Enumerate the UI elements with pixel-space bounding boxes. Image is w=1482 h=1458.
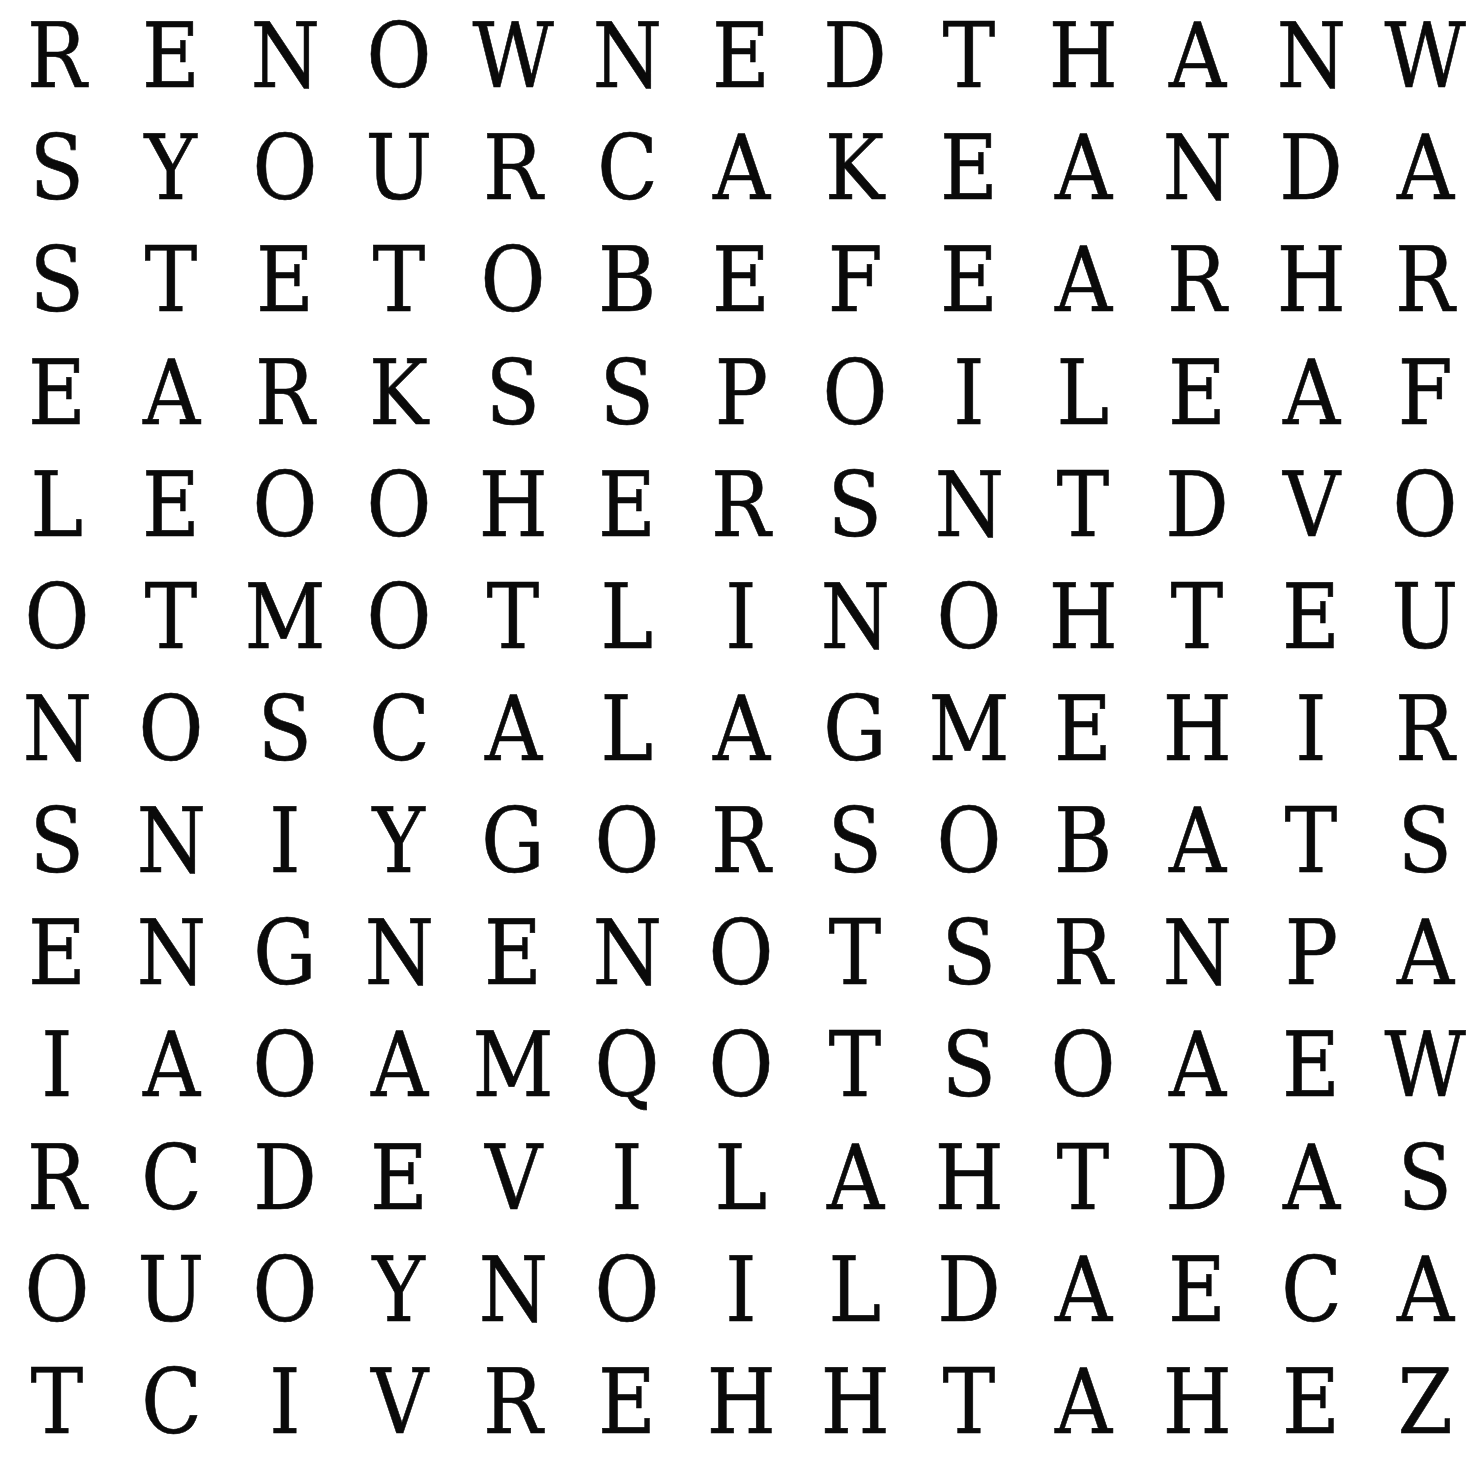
grid-cell[interactable]: A [1368, 112, 1482, 224]
grid-letter: T [943, 11, 996, 101]
grid-cell[interactable]: M [228, 561, 342, 673]
grid-cell[interactable]: I [912, 336, 1026, 448]
grid-cell[interactable]: Z [1368, 1346, 1482, 1458]
grid-cell[interactable]: T [456, 561, 570, 673]
grid-cell[interactable]: T [114, 561, 228, 673]
grid-cell[interactable]: R [1368, 224, 1482, 336]
grid-letter: N [592, 11, 661, 101]
grid-letter: H [1276, 235, 1345, 325]
grid-cell[interactable]: H [1254, 224, 1368, 336]
grid-cell[interactable]: S [1368, 785, 1482, 897]
grid-cell[interactable]: V [342, 1346, 456, 1458]
grid-letter: A [712, 123, 769, 213]
grid-letter: N [1162, 908, 1231, 998]
grid-letter: N [250, 11, 319, 101]
grid-letter: E [598, 1357, 656, 1447]
grid-letter: O [937, 572, 1002, 662]
grid-cell[interactable]: T [798, 1009, 912, 1121]
grid-letter: N [592, 908, 661, 998]
grid-letter: Q [595, 1020, 660, 1110]
grid-letter: D [253, 1133, 317, 1223]
grid-cell[interactable]: G [798, 673, 912, 785]
grid-cell[interactable]: A [1026, 1346, 1140, 1458]
grid-cell[interactable]: S [798, 785, 912, 897]
grid-cell[interactable]: O [912, 561, 1026, 673]
grid-letter: U [366, 123, 433, 213]
grid-cell[interactable]: O [342, 0, 456, 112]
grid-letter: T [373, 235, 426, 325]
grid-cell[interactable]: S [0, 112, 114, 224]
grid-cell[interactable]: O [228, 112, 342, 224]
grid-letter: L [1057, 348, 1110, 438]
grid-cell[interactable]: D [798, 0, 912, 112]
grid-cell[interactable]: R [684, 449, 798, 561]
grid-letter: I [269, 796, 300, 886]
grid-letter: D [1279, 123, 1343, 213]
grid-letter: L [31, 460, 84, 550]
grid-cell[interactable]: A [456, 673, 570, 785]
grid-cell[interactable]: E [342, 1122, 456, 1234]
grid-cell[interactable]: E [1254, 1346, 1368, 1458]
grid-letter: O [1393, 460, 1458, 550]
grid-cell[interactable]: H [456, 449, 570, 561]
grid-cell[interactable]: E [912, 224, 1026, 336]
grid-letter: A [1054, 235, 1111, 325]
grid-cell[interactable]: E [1254, 561, 1368, 673]
grid-letter: B [1054, 796, 1112, 886]
grid-cell[interactable]: M [912, 673, 1026, 785]
grid-cell[interactable]: O [570, 785, 684, 897]
grid-cell[interactable]: S [798, 449, 912, 561]
grid-cell[interactable]: C [114, 1346, 228, 1458]
grid-letter: E [484, 908, 542, 998]
grid-letter: H [1162, 1357, 1231, 1447]
grid-cell[interactable]: E [684, 0, 798, 112]
grid-cell[interactable]: P [684, 336, 798, 448]
grid-letter: T [1057, 1133, 1110, 1223]
grid-cell[interactable]: S [912, 897, 1026, 1009]
grid-letter: V [370, 1357, 427, 1447]
grid-cell[interactable]: A [798, 1122, 912, 1234]
grid-letter: T [829, 1020, 882, 1110]
grid-cell[interactable]: A [684, 112, 798, 224]
grid-letter: A [712, 684, 769, 774]
grid-cell[interactable]: O [912, 785, 1026, 897]
grid-cell[interactable]: O [798, 336, 912, 448]
grid-letter: W [1384, 11, 1465, 101]
grid-letter: U [138, 1245, 205, 1335]
grid-cell[interactable]: E [456, 897, 570, 1009]
grid-letter: E [28, 908, 86, 998]
grid-cell[interactable]: R [456, 112, 570, 224]
grid-letter: O [253, 1245, 318, 1335]
grid-cell[interactable]: E [912, 112, 1026, 224]
grid-cell[interactable]: S [570, 336, 684, 448]
grid-letter: C [1281, 1245, 1342, 1335]
grid-cell[interactable]: L [570, 561, 684, 673]
grid-cell[interactable]: D [912, 1234, 1026, 1346]
grid-cell[interactable]: R [456, 1346, 570, 1458]
grid-letter: O [709, 1020, 774, 1110]
grid-cell[interactable]: E [1140, 336, 1254, 448]
grid-cell[interactable]: E [0, 336, 114, 448]
grid-letter: S [30, 123, 84, 213]
grid-cell[interactable]: T [1026, 449, 1140, 561]
grid-cell[interactable]: I [684, 1234, 798, 1346]
grid-cell[interactable]: O [0, 561, 114, 673]
grid-cell[interactable]: H [912, 1122, 1026, 1234]
grid-letter: T [487, 572, 540, 662]
grid-letter: E [712, 11, 770, 101]
grid-letter: T [31, 1357, 84, 1447]
grid-cell[interactable]: A [114, 336, 228, 448]
grid-cell[interactable]: H [1140, 1346, 1254, 1458]
grid-cell[interactable]: R [684, 785, 798, 897]
grid-cell[interactable]: N [228, 0, 342, 112]
grid-letter: E [142, 460, 200, 550]
grid-letter: E [598, 460, 656, 550]
grid-letter: C [141, 1133, 202, 1223]
grid-letter: O [937, 796, 1002, 886]
grid-cell[interactable]: E [0, 897, 114, 1009]
grid-letter: H [1162, 684, 1231, 774]
grid-letter: S [942, 1020, 996, 1110]
grid-letter: O [253, 460, 318, 550]
grid-letter: L [601, 572, 654, 662]
grid-letter: M [472, 1020, 553, 1110]
grid-cell[interactable]: L [1026, 336, 1140, 448]
grid-cell[interactable]: B [1026, 785, 1140, 897]
grid-letter: H [478, 460, 547, 550]
grid-cell[interactable]: O [228, 1234, 342, 1346]
grid-cell[interactable]: O [228, 1009, 342, 1121]
grid-cell[interactable]: O [684, 897, 798, 1009]
grid-cell[interactable]: U [1368, 561, 1482, 673]
grid-cell[interactable]: L [570, 673, 684, 785]
grid-letter: E [1282, 572, 1340, 662]
grid-cell[interactable]: L [0, 449, 114, 561]
grid-cell[interactable]: O [0, 1234, 114, 1346]
grid-cell[interactable]: I [570, 1122, 684, 1234]
grid-letter: E [1282, 1357, 1340, 1447]
grid-letter: T [1285, 796, 1338, 886]
grid-letter: R [483, 1357, 543, 1447]
grid-letter: I [611, 1133, 642, 1223]
grid-letter: O [25, 572, 90, 662]
grid-letter: N [364, 908, 433, 998]
grid-cell[interactable]: S [0, 224, 114, 336]
grid-cell[interactable]: H [1140, 673, 1254, 785]
grid-cell[interactable]: C [114, 1122, 228, 1234]
grid-letter: S [258, 684, 312, 774]
grid-cell[interactable]: S [912, 1009, 1026, 1121]
grid-cell[interactable]: N [570, 897, 684, 1009]
grid-letter: T [943, 1357, 996, 1447]
grid-letter: N [136, 796, 205, 886]
grid-letter: K [369, 348, 428, 438]
grid-cell[interactable]: Y [342, 785, 456, 897]
grid-cell[interactable]: O [1026, 1009, 1140, 1121]
grid-cell[interactable]: W [1368, 0, 1482, 112]
grid-letter: S [600, 348, 654, 438]
grid-letter: D [823, 11, 887, 101]
grid-letter: A [1054, 1357, 1111, 1447]
grid-cell[interactable]: A [1140, 0, 1254, 112]
grid-letter: E [940, 235, 998, 325]
grid-letter: C [597, 123, 658, 213]
grid-letter: I [269, 1357, 300, 1447]
grid-letter: O [823, 348, 888, 438]
grid-cell[interactable]: A [684, 673, 798, 785]
grid-cell[interactable]: N [1140, 112, 1254, 224]
grid-letter: W [472, 11, 553, 101]
grid-cell[interactable]: N [1254, 0, 1368, 112]
grid-letter: V [1282, 460, 1339, 550]
grid-letter: R [711, 796, 771, 886]
grid-cell[interactable]: I [228, 785, 342, 897]
grid-letter: E [370, 1133, 428, 1223]
grid-letter: S [942, 908, 996, 998]
grid-letter: A [826, 1133, 883, 1223]
grid-cell[interactable]: S [456, 336, 570, 448]
grid-letter: B [598, 235, 656, 325]
grid-cell[interactable]: N [912, 449, 1026, 561]
grid-letter: A [1396, 123, 1453, 213]
grid-cell[interactable]: T [1026, 1122, 1140, 1234]
grid-cell[interactable]: O [114, 673, 228, 785]
grid-letter: M [928, 684, 1009, 774]
grid-cell[interactable]: A [1026, 112, 1140, 224]
grid-cell[interactable]: Y [342, 1234, 456, 1346]
grid-cell[interactable]: R [1368, 673, 1482, 785]
grid-cell[interactable]: N [114, 897, 228, 1009]
grid-letter: A [1396, 908, 1453, 998]
grid-cell[interactable]: A [1254, 1122, 1368, 1234]
grid-cell[interactable]: K [798, 112, 912, 224]
grid-cell[interactable]: S [1368, 1122, 1482, 1234]
grid-letter: H [1048, 572, 1117, 662]
grid-cell[interactable]: O [456, 224, 570, 336]
grid-cell[interactable]: H [798, 1346, 912, 1458]
grid-cell[interactable]: O [342, 449, 456, 561]
grid-letter: T [145, 572, 198, 662]
grid-cell[interactable]: A [1254, 336, 1368, 448]
grid-cell[interactable]: E [1254, 1009, 1368, 1121]
grid-cell[interactable]: A [1026, 1234, 1140, 1346]
grid-cell[interactable]: B [570, 224, 684, 336]
grid-cell[interactable]: O [342, 561, 456, 673]
grid-cell[interactable]: E [114, 449, 228, 561]
grid-cell[interactable]: E [684, 224, 798, 336]
grid-letter: L [829, 1245, 882, 1335]
grid-cell[interactable]: S [0, 785, 114, 897]
grid-cell[interactable]: T [114, 224, 228, 336]
grid-letter: S [1398, 796, 1452, 886]
grid-cell[interactable]: O [1368, 449, 1482, 561]
grid-letter: O [367, 460, 432, 550]
grid-cell[interactable]: E [228, 224, 342, 336]
grid-cell[interactable]: V [1254, 449, 1368, 561]
grid-cell[interactable]: S [228, 673, 342, 785]
grid-cell[interactable]: W [1368, 1009, 1482, 1121]
grid-cell[interactable]: D [228, 1122, 342, 1234]
grid-letter: L [715, 1133, 768, 1223]
grid-cell[interactable]: E [1140, 1234, 1254, 1346]
grid-letter: R [483, 123, 543, 213]
grid-letter: A [1282, 348, 1339, 438]
grid-cell[interactable]: H [1026, 0, 1140, 112]
grid-letter: S [1398, 1133, 1452, 1223]
grid-letter: N [820, 572, 889, 662]
grid-cell[interactable]: N [114, 785, 228, 897]
grid-cell[interactable]: C [1254, 1234, 1368, 1346]
grid-letter: R [255, 348, 315, 438]
grid-cell[interactable]: N [342, 897, 456, 1009]
grid-letter: N [136, 908, 205, 998]
grid-letter: T [829, 908, 882, 998]
grid-cell[interactable]: H [1026, 561, 1140, 673]
grid-letter: U [1392, 572, 1459, 662]
grid-cell[interactable]: G [228, 897, 342, 1009]
grid-letter: Z [1397, 1357, 1452, 1447]
grid-letter: P [1284, 908, 1337, 998]
grid-letter: A [1054, 123, 1111, 213]
grid-cell[interactable]: T [342, 224, 456, 336]
grid-cell[interactable]: C [570, 112, 684, 224]
grid-letter: O [253, 123, 318, 213]
grid-cell[interactable]: R [228, 336, 342, 448]
grid-letter: D [937, 1245, 1001, 1335]
grid-letter: S [30, 796, 84, 886]
grid-letter: A [142, 348, 199, 438]
grid-cell[interactable]: R [1026, 897, 1140, 1009]
grid-cell[interactable]: T [1140, 561, 1254, 673]
grid-letter: R [27, 1133, 87, 1223]
grid-cell[interactable]: N [570, 0, 684, 112]
grid-letter: Y [373, 1245, 425, 1335]
grid-cell[interactable]: A [1026, 224, 1140, 336]
grid-cell[interactable]: E [1026, 673, 1140, 785]
grid-letter: C [369, 684, 430, 774]
grid-cell[interactable]: T [912, 0, 1026, 112]
grid-letter: C [141, 1357, 202, 1447]
grid-letter: I [1295, 684, 1326, 774]
grid-cell[interactable]: E [570, 1346, 684, 1458]
grid-letter: F [828, 235, 883, 325]
grid-letter: N [1276, 11, 1345, 101]
grid-letter: T [1171, 572, 1224, 662]
grid-letter: D [1165, 460, 1229, 550]
grid-cell[interactable]: R [0, 1122, 114, 1234]
grid-cell[interactable]: A [1368, 1234, 1482, 1346]
grid-cell[interactable]: K [342, 336, 456, 448]
grid-cell[interactable]: T [1254, 785, 1368, 897]
grid-letter: G [823, 684, 886, 774]
grid-cell[interactable]: I [0, 1009, 114, 1121]
grid-cell[interactable]: M [456, 1009, 570, 1121]
grid-letter: H [1048, 11, 1117, 101]
grid-letter: H [934, 1133, 1003, 1223]
grid-cell[interactable]: O [228, 449, 342, 561]
grid-letter: K [825, 123, 884, 213]
grid-letter: R [27, 11, 87, 101]
grid-cell[interactable]: F [798, 224, 912, 336]
grid-cell[interactable]: V [456, 1122, 570, 1234]
grid-cell[interactable]: G [456, 785, 570, 897]
grid-letter: E [28, 348, 86, 438]
grid-cell[interactable]: E [570, 449, 684, 561]
grid-letter: F [1398, 348, 1453, 438]
grid-cell[interactable]: U [114, 1234, 228, 1346]
grid-cell[interactable]: P [1254, 897, 1368, 1009]
grid-letter: A [484, 684, 541, 774]
grid-cell[interactable]: T [912, 1346, 1026, 1458]
grid-letter: R [1395, 684, 1455, 774]
grid-letter: O [595, 796, 660, 886]
grid-cell[interactable]: T [798, 897, 912, 1009]
grid-letter: E [1168, 1245, 1226, 1335]
grid-letter: R [1053, 908, 1113, 998]
grid-letter: A [1054, 1245, 1111, 1335]
grid-letter: L [601, 684, 654, 774]
grid-letter: T [145, 235, 198, 325]
grid-cell[interactable]: N [798, 561, 912, 673]
grid-cell[interactable]: C [342, 673, 456, 785]
grid-letter: O [253, 1020, 318, 1110]
grid-letter: H [820, 1357, 889, 1447]
grid-letter: G [481, 796, 544, 886]
grid-cell[interactable]: A [1140, 1009, 1254, 1121]
grid-cell[interactable]: O [684, 1009, 798, 1121]
grid-cell[interactable]: N [0, 673, 114, 785]
grid-letter: E [1168, 348, 1226, 438]
grid-cell[interactable]: D [1140, 449, 1254, 561]
grid-letter: Y [373, 796, 425, 886]
grid-cell[interactable]: A [1368, 897, 1482, 1009]
grid-cell[interactable]: A [1140, 785, 1254, 897]
grid-cell[interactable]: O [570, 1234, 684, 1346]
grid-cell[interactable]: I [684, 561, 798, 673]
grid-letter: O [481, 235, 546, 325]
grid-cell[interactable]: U [342, 112, 456, 224]
grid-letter: A [1282, 1133, 1339, 1223]
grid-cell[interactable]: I [1254, 673, 1368, 785]
grid-cell[interactable]: A [342, 1009, 456, 1121]
grid-letter: O [139, 684, 204, 774]
grid-cell[interactable]: T [0, 1346, 114, 1458]
grid-cell[interactable]: A [114, 1009, 228, 1121]
grid-letter: G [253, 908, 316, 998]
grid-cell[interactable]: R [0, 0, 114, 112]
grid-letter: E [142, 11, 200, 101]
grid-cell[interactable]: I [228, 1346, 342, 1458]
grid-letter: O [25, 1245, 90, 1335]
grid-cell[interactable]: L [798, 1234, 912, 1346]
grid-cell[interactable]: Y [114, 112, 228, 224]
grid-cell[interactable]: D [1254, 112, 1368, 224]
grid-cell[interactable]: R [1140, 224, 1254, 336]
grid-cell[interactable]: W [456, 0, 570, 112]
grid-cell[interactable]: N [1140, 897, 1254, 1009]
grid-cell[interactable]: F [1368, 336, 1482, 448]
grid-cell[interactable]: L [684, 1122, 798, 1234]
grid-cell[interactable]: H [684, 1346, 798, 1458]
grid-cell[interactable]: N [456, 1234, 570, 1346]
grid-letter: S [828, 796, 882, 886]
grid-cell[interactable]: Q [570, 1009, 684, 1121]
grid-cell[interactable]: D [1140, 1122, 1254, 1234]
grid-cell[interactable]: E [114, 0, 228, 112]
